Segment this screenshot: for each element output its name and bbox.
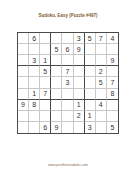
cell-r7c9 bbox=[107, 100, 118, 111]
cell-r2c7 bbox=[85, 44, 96, 55]
cell-r4c8: 2 bbox=[96, 66, 107, 77]
cell-r1c3 bbox=[40, 33, 51, 44]
cell-r6c4 bbox=[51, 89, 62, 100]
cell-r4c1 bbox=[18, 66, 29, 77]
cell-r8c3 bbox=[40, 111, 51, 122]
cell-r5c4 bbox=[51, 77, 62, 88]
cell-r2c3 bbox=[40, 44, 51, 55]
cell-r9c7: 3 bbox=[85, 122, 96, 133]
cell-r8c7: 1 bbox=[85, 111, 96, 122]
cell-r6c9: 8 bbox=[107, 89, 118, 100]
cell-r3c9: 9 bbox=[107, 55, 118, 66]
cell-r5c6 bbox=[74, 77, 85, 88]
cell-r5c1 bbox=[18, 77, 29, 88]
cell-r7c6: 1 bbox=[74, 100, 85, 111]
cell-r1c6: 3 bbox=[74, 33, 85, 44]
cell-r8c1 bbox=[18, 111, 29, 122]
cell-r7c7 bbox=[85, 100, 96, 111]
cell-r4c6 bbox=[74, 66, 85, 77]
cell-r7c8: 4 bbox=[96, 100, 107, 111]
cell-r4c5: 7 bbox=[62, 66, 73, 77]
cell-r6c2: 1 bbox=[29, 89, 40, 100]
puzzle-title: Sudoku, Easy (Puzzle #497) bbox=[0, 13, 136, 19]
cell-r8c6: 2 bbox=[74, 111, 85, 122]
cell-r3c3: 1 bbox=[40, 55, 51, 66]
cell-r3c8 bbox=[96, 55, 107, 66]
cell-r9c3: 6 bbox=[40, 122, 51, 133]
cell-r1c9: 4 bbox=[107, 33, 118, 44]
cell-r3c6 bbox=[74, 55, 85, 66]
sudoku-grid: 635745693195723571789814216935 bbox=[17, 32, 119, 134]
cell-r2c9 bbox=[107, 44, 118, 55]
cell-r8c4 bbox=[51, 111, 62, 122]
cell-r2c8 bbox=[96, 44, 107, 55]
cell-r2c5: 6 bbox=[62, 44, 73, 55]
cell-r5c5: 3 bbox=[62, 77, 73, 88]
cell-r6c7 bbox=[85, 89, 96, 100]
cell-r7c4 bbox=[51, 100, 62, 111]
cell-r9c6 bbox=[74, 122, 85, 133]
cell-r4c9 bbox=[107, 66, 118, 77]
cell-r4c4 bbox=[51, 66, 62, 77]
cell-r4c3: 5 bbox=[40, 66, 51, 77]
cell-r7c1: 9 bbox=[18, 100, 29, 111]
cell-r1c5 bbox=[62, 33, 73, 44]
cell-r7c2: 8 bbox=[29, 100, 40, 111]
cell-r1c8: 7 bbox=[96, 33, 107, 44]
cell-r6c3: 7 bbox=[40, 89, 51, 100]
cell-r5c3 bbox=[40, 77, 51, 88]
cell-r3c5 bbox=[62, 55, 73, 66]
cell-r6c6 bbox=[74, 89, 85, 100]
cell-r1c2: 6 bbox=[29, 33, 40, 44]
cell-r7c3 bbox=[40, 100, 51, 111]
cell-r5c7 bbox=[85, 77, 96, 88]
cell-r3c4 bbox=[51, 55, 62, 66]
cell-r8c9 bbox=[107, 111, 118, 122]
cell-r9c8 bbox=[96, 122, 107, 133]
cell-r6c1 bbox=[18, 89, 29, 100]
cell-r6c5 bbox=[62, 89, 73, 100]
cell-r8c5 bbox=[62, 111, 73, 122]
cell-r9c4: 9 bbox=[51, 122, 62, 133]
footer-url: www.printfreesudoku.com bbox=[0, 163, 136, 168]
cell-r3c7 bbox=[85, 55, 96, 66]
cell-r1c4 bbox=[51, 33, 62, 44]
cell-r9c2 bbox=[29, 122, 40, 133]
sudoku-page: Sudoku, Easy (Puzzle #497) 6357456931957… bbox=[0, 0, 136, 176]
cell-r5c2 bbox=[29, 77, 40, 88]
cell-r3c1 bbox=[18, 55, 29, 66]
cell-r8c2 bbox=[29, 111, 40, 122]
cell-r7c5 bbox=[62, 100, 73, 111]
cell-r5c9: 7 bbox=[107, 77, 118, 88]
cell-r2c2 bbox=[29, 44, 40, 55]
cell-r8c8 bbox=[96, 111, 107, 122]
cell-r3c2: 3 bbox=[29, 55, 40, 66]
cell-r2c1 bbox=[18, 44, 29, 55]
cell-r2c4: 5 bbox=[51, 44, 62, 55]
cell-r9c5 bbox=[62, 122, 73, 133]
cell-r6c8 bbox=[96, 89, 107, 100]
cell-r9c9: 5 bbox=[107, 122, 118, 133]
cell-r1c1 bbox=[18, 33, 29, 44]
cell-r2c6: 9 bbox=[74, 44, 85, 55]
cell-r5c8: 5 bbox=[96, 77, 107, 88]
cell-r4c2 bbox=[29, 66, 40, 77]
cell-r1c7: 5 bbox=[85, 33, 96, 44]
cell-r4c7 bbox=[85, 66, 96, 77]
cell-r9c1 bbox=[18, 122, 29, 133]
